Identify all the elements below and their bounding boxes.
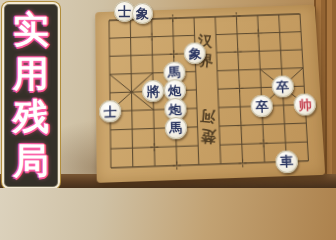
banner-char: 实 <box>13 12 49 48</box>
piece-character: 士 <box>104 105 117 118</box>
piece-character: 帅 <box>298 98 312 111</box>
piece-character: 士 <box>118 5 131 18</box>
video-frame: 实 用 残 局 汉界 楚河 象馬將炮士炮馬卒卒車帅 士象 <box>0 0 336 188</box>
piece-character: 象 <box>136 7 149 20</box>
piece-character: 炮 <box>168 84 181 97</box>
piece-character: 象 <box>188 47 201 60</box>
banner-char: 用 <box>13 56 49 92</box>
piece-character: 馬 <box>169 121 182 135</box>
xiangqi-board[interactable]: 汉界 楚河 象馬將炮士炮馬卒卒車帅 <box>95 5 325 183</box>
captured-piece-象[interactable]: 象 <box>132 3 153 24</box>
piece-character: 卒 <box>255 99 269 112</box>
banner-char: 局 <box>13 143 49 179</box>
piece-馬-black[interactable]: 馬 <box>164 116 187 139</box>
piece-character: 車 <box>280 155 294 169</box>
title-banner: 实 用 残 局 <box>2 2 60 188</box>
piece-車-black[interactable]: 車 <box>275 150 299 173</box>
river-label-chuhe: 楚河 <box>197 106 219 147</box>
piece-character: 炮 <box>169 102 182 115</box>
piece-character: 將 <box>147 85 160 98</box>
banner-char: 残 <box>13 99 49 135</box>
piece-character: 卒 <box>276 80 290 93</box>
piece-character: 馬 <box>168 66 181 79</box>
